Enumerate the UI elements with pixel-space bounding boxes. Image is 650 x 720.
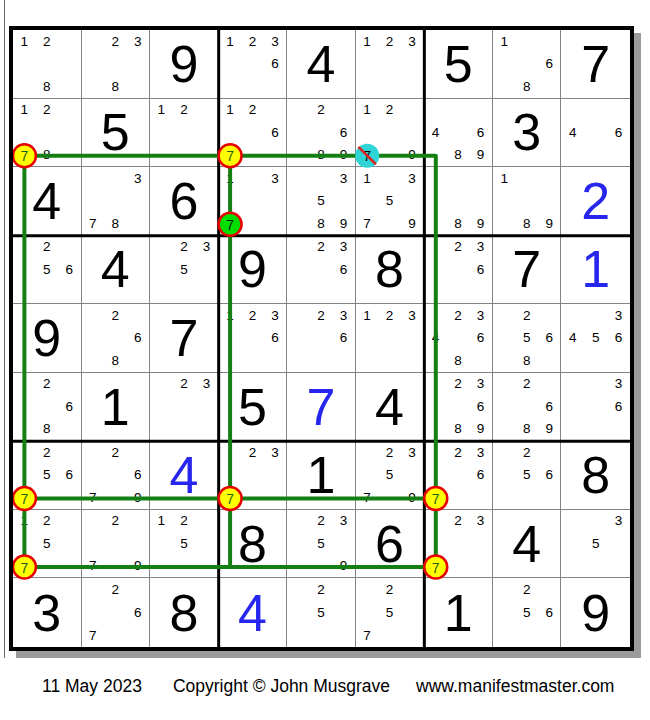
candidate-2: 2 bbox=[378, 304, 401, 327]
candidate-7: 7 bbox=[356, 624, 379, 647]
candidate-7: 7 bbox=[82, 486, 105, 509]
candidate-grid: 3456 bbox=[561, 304, 630, 372]
candidate-3: 3 bbox=[401, 441, 424, 464]
candidate-9: 9 bbox=[469, 144, 492, 167]
candidate-9: 9 bbox=[332, 212, 355, 235]
candidate-5: 5 bbox=[310, 190, 333, 213]
candidate-6: 6 bbox=[332, 121, 355, 144]
candidate-7: 7 bbox=[82, 624, 105, 647]
cell-r5c2[interactable]: 268 bbox=[82, 304, 151, 373]
candidate-2: 2 bbox=[173, 236, 196, 259]
cell-r7c5[interactable]: 1 bbox=[287, 441, 356, 510]
cell-r9c5[interactable]: 25 bbox=[287, 578, 356, 647]
candidate-3: 3 bbox=[607, 304, 630, 327]
window-edge-line bbox=[4, 0, 5, 658]
cell-r3c6[interactable]: 13579 bbox=[356, 167, 425, 236]
cell-r8c1[interactable]: 1257 bbox=[13, 510, 82, 579]
candidate-grid: 1236 bbox=[219, 304, 287, 372]
candidate-2: 2 bbox=[515, 441, 538, 464]
given-digit: 8 bbox=[356, 236, 424, 304]
candidate-6: 6 bbox=[469, 121, 492, 144]
cell-r5c8[interactable]: 2568 bbox=[493, 304, 562, 373]
cell-r1c6[interactable]: 123 bbox=[356, 30, 425, 99]
candidate-grid: 238 bbox=[82, 30, 150, 98]
candidate-8: 8 bbox=[515, 75, 538, 98]
cell-r9c4[interactable]: 4 bbox=[219, 578, 288, 647]
candidate-1: 1 bbox=[150, 510, 173, 533]
given-digit: 7 bbox=[493, 236, 561, 304]
given-digit: 6 bbox=[356, 510, 424, 578]
candidate-grid: 2689 bbox=[493, 373, 561, 441]
candidate-3: 3 bbox=[195, 373, 218, 396]
candidate-3: 3 bbox=[332, 510, 355, 533]
candidate-9: 9 bbox=[401, 486, 424, 509]
given-digit: 8 bbox=[219, 510, 287, 578]
candidate-grid: 256 bbox=[493, 441, 561, 509]
candidate-7: 7 bbox=[82, 212, 105, 235]
candidate-1: 1 bbox=[356, 304, 379, 327]
given-digit: 3 bbox=[493, 99, 561, 167]
candidate-grid: 4689 bbox=[424, 99, 492, 167]
candidate-3: 3 bbox=[469, 236, 492, 259]
cell-r7c6[interactable]: 23579 bbox=[356, 441, 425, 510]
candidate-9: 9 bbox=[332, 144, 355, 167]
cell-r6c2[interactable]: 1 bbox=[82, 373, 151, 442]
candidate-2: 2 bbox=[36, 236, 59, 259]
candidate-1: 1 bbox=[493, 167, 516, 190]
candidate-grid: 237 bbox=[424, 510, 492, 578]
cell-r6c1[interactable]: 268 bbox=[13, 373, 82, 442]
cell-r9c3[interactable]: 8 bbox=[150, 578, 219, 647]
candidate-1: 1 bbox=[13, 99, 36, 122]
cell-r9c9[interactable]: 9 bbox=[561, 578, 630, 647]
cell-r8c6[interactable]: 6 bbox=[356, 510, 425, 579]
candidate-7: 7 bbox=[424, 486, 447, 509]
candidate-grid: 23579 bbox=[356, 441, 424, 509]
given-digit: 4 bbox=[356, 373, 424, 441]
candidate-grid: 35 bbox=[561, 510, 630, 578]
candidate-5: 5 bbox=[378, 464, 401, 487]
candidate-3: 3 bbox=[469, 510, 492, 533]
candidate-6: 6 bbox=[538, 395, 561, 418]
solved-digit-blue: 1 bbox=[561, 236, 630, 304]
cell-r1c2[interactable]: 238 bbox=[82, 30, 151, 99]
candidate-8: 8 bbox=[447, 418, 470, 441]
cell-r9c6[interactable]: 257 bbox=[356, 578, 425, 647]
cell-r2c7[interactable]: 4689 bbox=[424, 99, 493, 168]
candidate-6: 6 bbox=[264, 327, 287, 350]
given-digit: 9 bbox=[13, 304, 81, 372]
candidate-2: 2 bbox=[36, 373, 59, 396]
cell-r7c3[interactable]: 4 bbox=[150, 441, 219, 510]
cell-r3c7[interactable]: 89 bbox=[424, 167, 493, 236]
candidate-9: 9 bbox=[332, 555, 355, 578]
candidate-2: 2 bbox=[104, 578, 127, 601]
given-digit: 3 bbox=[13, 578, 81, 647]
candidate-3: 3 bbox=[332, 304, 355, 327]
given-digit: 6 bbox=[150, 167, 218, 235]
cell-r6c5[interactable]: 7 bbox=[287, 373, 356, 442]
cell-r5c6[interactable]: 123 bbox=[356, 304, 425, 373]
candidate-grid: 1236 bbox=[219, 30, 287, 98]
candidate-grid: 23468 bbox=[424, 304, 492, 372]
candidate-8: 8 bbox=[36, 144, 59, 167]
candidate-grid: 12 bbox=[150, 99, 218, 167]
cell-r1c7[interactable]: 5 bbox=[424, 30, 493, 99]
candidate-5: 5 bbox=[515, 327, 538, 350]
candidate-7: 7 bbox=[219, 486, 242, 509]
cell-r9c7[interactable]: 1 bbox=[424, 578, 493, 647]
candidate-5: 5 bbox=[173, 532, 196, 555]
candidate-2: 2 bbox=[378, 30, 401, 53]
candidate-7: 7 bbox=[13, 144, 36, 167]
cell-r5c5[interactable]: 236 bbox=[287, 304, 356, 373]
candidate-2: 2 bbox=[241, 99, 264, 122]
cell-r1c5[interactable]: 4 bbox=[287, 30, 356, 99]
cell-r6c8[interactable]: 2689 bbox=[493, 373, 562, 442]
candidate-grid: 267 bbox=[82, 578, 150, 647]
candidate-grid: 89 bbox=[424, 167, 492, 235]
candidate-grid: 256 bbox=[13, 236, 81, 304]
candidate-grid: 23689 bbox=[424, 373, 492, 441]
candidate-grid: 2689 bbox=[287, 99, 355, 167]
cell-r8c3[interactable]: 125 bbox=[150, 510, 219, 579]
candidate-5: 5 bbox=[36, 258, 59, 281]
candidate-grid: 23 bbox=[150, 373, 218, 441]
cell-r6c3[interactable]: 23 bbox=[150, 373, 219, 442]
candidate-2: 2 bbox=[36, 99, 59, 122]
candidate-8: 8 bbox=[447, 349, 470, 372]
candidate-5: 5 bbox=[173, 258, 196, 281]
candidate-5: 5 bbox=[310, 601, 333, 624]
cell-r4c9[interactable]: 1 bbox=[561, 236, 630, 305]
candidate-2: 2 bbox=[104, 30, 127, 53]
candidate-2: 2 bbox=[447, 304, 470, 327]
candidate-5: 5 bbox=[310, 532, 333, 555]
cell-r8c9[interactable]: 35 bbox=[561, 510, 630, 579]
candidate-7: 7 bbox=[424, 555, 447, 578]
cell-r9c8[interactable]: 256 bbox=[493, 578, 562, 647]
cell-r1c1[interactable]: 128 bbox=[13, 30, 82, 99]
solved-digit-blue: 4 bbox=[219, 578, 287, 647]
candidate-5: 5 bbox=[584, 327, 607, 350]
candidate-grid: 123 bbox=[356, 304, 424, 372]
candidate-4: 4 bbox=[424, 327, 447, 350]
candidate-2: 2 bbox=[310, 236, 333, 259]
solved-digit-blue: 2 bbox=[561, 167, 630, 235]
cell-r4c5[interactable]: 236 bbox=[287, 236, 356, 305]
candidate-6: 6 bbox=[58, 395, 81, 418]
candidate-6: 6 bbox=[58, 464, 81, 487]
candidate-grid: 2679 bbox=[82, 441, 150, 509]
candidate-grid: 13579 bbox=[356, 167, 424, 235]
cell-r3c9[interactable]: 2 bbox=[561, 167, 630, 236]
cell-r5c9[interactable]: 3456 bbox=[561, 304, 630, 373]
candidate-2: 2 bbox=[36, 441, 59, 464]
candidate-grid: 36 bbox=[561, 373, 630, 441]
candidate-grid: 2367 bbox=[424, 441, 492, 509]
cell-r4c8[interactable]: 7 bbox=[493, 236, 562, 305]
candidate-3: 3 bbox=[469, 441, 492, 464]
candidate-grid: 168 bbox=[493, 30, 561, 98]
candidate-1: 1 bbox=[219, 30, 242, 53]
candidate-3: 3 bbox=[264, 441, 287, 464]
candidate-8: 8 bbox=[104, 75, 127, 98]
cell-r3c4[interactable]: 137 bbox=[219, 167, 288, 236]
candidate-4: 4 bbox=[561, 327, 584, 350]
candidate-8: 8 bbox=[515, 418, 538, 441]
candidate-9: 9 bbox=[469, 418, 492, 441]
candidate-grid: 2568 bbox=[493, 304, 561, 372]
candidate-2: 2 bbox=[378, 99, 401, 122]
cell-r5c4[interactable]: 1236 bbox=[219, 304, 288, 373]
cell-r2c3[interactable]: 12 bbox=[150, 99, 219, 168]
candidate-1: 1 bbox=[356, 167, 379, 190]
cell-r6c9[interactable]: 36 bbox=[561, 373, 630, 442]
given-digit: 5 bbox=[82, 99, 150, 167]
candidate-9: 9 bbox=[401, 144, 424, 167]
sudoku-board: 1282389123641235168712785121267268912794… bbox=[9, 26, 634, 651]
cell-r7c2[interactable]: 2679 bbox=[82, 441, 151, 510]
candidate-9: 9 bbox=[469, 212, 492, 235]
candidate-3: 3 bbox=[607, 510, 630, 533]
candidate-2: 2 bbox=[36, 30, 59, 53]
cell-r4c3[interactable]: 235 bbox=[150, 236, 219, 305]
given-digit: 8 bbox=[561, 441, 630, 509]
candidate-6: 6 bbox=[607, 121, 630, 144]
candidate-2: 2 bbox=[447, 510, 470, 533]
candidate-2: 2 bbox=[173, 510, 196, 533]
candidate-6: 6 bbox=[538, 601, 561, 624]
cell-r3c2[interactable]: 378 bbox=[82, 167, 151, 236]
candidate-3: 3 bbox=[332, 236, 355, 259]
candidate-8: 8 bbox=[447, 144, 470, 167]
candidate-1: 1 bbox=[13, 30, 36, 53]
candidate-2: 2 bbox=[447, 236, 470, 259]
candidate-9: 9 bbox=[538, 212, 561, 235]
cell-r3c5[interactable]: 3589 bbox=[287, 167, 356, 236]
candidate-5: 5 bbox=[584, 532, 607, 555]
candidate-3: 3 bbox=[264, 167, 287, 190]
candidate-5: 5 bbox=[378, 190, 401, 213]
candidate-2: 2 bbox=[104, 304, 127, 327]
cell-r2c6[interactable]: 1279 bbox=[356, 99, 425, 168]
candidate-8: 8 bbox=[447, 212, 470, 235]
candidate-7: 7 bbox=[356, 486, 379, 509]
candidate-grid: 1267 bbox=[219, 99, 287, 167]
cell-r7c1[interactable]: 2567 bbox=[13, 441, 82, 510]
given-digit: 4 bbox=[82, 236, 150, 304]
cell-r4c1[interactable]: 256 bbox=[13, 236, 82, 305]
cell-r4c2[interactable]: 4 bbox=[82, 236, 151, 305]
given-digit: 9 bbox=[219, 236, 287, 304]
candidate-6: 6 bbox=[127, 601, 150, 624]
candidate-6: 6 bbox=[332, 327, 355, 350]
candidate-grid: 125 bbox=[150, 510, 218, 578]
cell-r1c3[interactable]: 9 bbox=[150, 30, 219, 99]
caption-website: www.manifestmaster.com bbox=[416, 676, 614, 697]
candidate-5: 5 bbox=[515, 464, 538, 487]
candidate-9: 9 bbox=[401, 212, 424, 235]
cell-r2c2[interactable]: 5 bbox=[82, 99, 151, 168]
candidate-2: 2 bbox=[310, 510, 333, 533]
candidate-grid: 257 bbox=[356, 578, 424, 647]
candidate-6: 6 bbox=[58, 258, 81, 281]
cell-r7c7[interactable]: 2367 bbox=[424, 441, 493, 510]
candidate-2: 2 bbox=[515, 304, 538, 327]
cell-r9c2[interactable]: 267 bbox=[82, 578, 151, 647]
candidate-8: 8 bbox=[104, 212, 127, 235]
candidate-grid: 2567 bbox=[13, 441, 81, 509]
candidate-5: 5 bbox=[515, 601, 538, 624]
candidate-3: 3 bbox=[401, 304, 424, 327]
cell-r2c1[interactable]: 1278 bbox=[13, 99, 82, 168]
candidate-1: 1 bbox=[219, 99, 242, 122]
cell-r1c9[interactable]: 7 bbox=[561, 30, 630, 99]
cell-r5c1[interactable]: 9 bbox=[13, 304, 82, 373]
candidate-1: 1 bbox=[356, 99, 379, 122]
candidate-6: 6 bbox=[127, 327, 150, 350]
candidate-grid: 279 bbox=[82, 510, 150, 578]
candidate-7: 7 bbox=[13, 555, 36, 578]
given-digit: 1 bbox=[424, 578, 492, 647]
candidate-1: 1 bbox=[219, 167, 242, 190]
candidate-3: 3 bbox=[195, 236, 218, 259]
candidate-3: 3 bbox=[401, 30, 424, 53]
cell-r7c4[interactable]: 237 bbox=[219, 441, 288, 510]
cell-r3c3[interactable]: 6 bbox=[150, 167, 219, 236]
given-digit: 8 bbox=[150, 578, 218, 647]
candidate-2: 2 bbox=[515, 373, 538, 396]
given-digit: 9 bbox=[150, 30, 218, 98]
candidate-6: 6 bbox=[469, 258, 492, 281]
candidate-8: 8 bbox=[36, 418, 59, 441]
candidate-5: 5 bbox=[36, 532, 59, 555]
candidate-3: 3 bbox=[607, 373, 630, 396]
candidate-grid: 268 bbox=[82, 304, 150, 372]
candidate-2: 2 bbox=[173, 373, 196, 396]
candidate-grid: 378 bbox=[82, 167, 150, 235]
cell-r8c5[interactable]: 2359 bbox=[287, 510, 356, 579]
given-digit: 9 bbox=[561, 578, 630, 647]
candidate-grid: 1257 bbox=[13, 510, 81, 578]
candidate-8: 8 bbox=[515, 212, 538, 235]
candidate-grid: 237 bbox=[219, 441, 287, 509]
candidate-1: 1 bbox=[219, 304, 242, 327]
cell-r2c4[interactable]: 1267 bbox=[219, 99, 288, 168]
candidate-grid: 236 bbox=[424, 236, 492, 304]
candidate-6: 6 bbox=[607, 395, 630, 418]
cell-r4c6[interactable]: 8 bbox=[356, 236, 425, 305]
candidate-grid: 268 bbox=[13, 373, 81, 441]
candidate-3: 3 bbox=[264, 30, 287, 53]
candidate-2: 2 bbox=[515, 578, 538, 601]
candidate-3: 3 bbox=[469, 373, 492, 396]
candidate-3: 3 bbox=[332, 167, 355, 190]
given-digit: 1 bbox=[82, 373, 150, 441]
candidate-3: 3 bbox=[264, 304, 287, 327]
cell-r5c3[interactable]: 7 bbox=[150, 304, 219, 373]
candidate-8: 8 bbox=[515, 349, 538, 372]
candidate-2: 2 bbox=[241, 30, 264, 53]
cell-r6c6[interactable]: 4 bbox=[356, 373, 425, 442]
candidate-3: 3 bbox=[469, 304, 492, 327]
candidate-6: 6 bbox=[538, 327, 561, 350]
cell-r5c7[interactable]: 23468 bbox=[424, 304, 493, 373]
cell-r2c9[interactable]: 46 bbox=[561, 99, 630, 168]
candidate-8: 8 bbox=[36, 75, 59, 98]
candidate-2: 2 bbox=[447, 373, 470, 396]
candidate-7: 7 bbox=[219, 212, 242, 235]
given-digit: 4 bbox=[493, 510, 561, 578]
given-digit: 5 bbox=[219, 373, 287, 441]
solved-digit-blue: 7 bbox=[287, 373, 355, 441]
cell-r1c4[interactable]: 1236 bbox=[219, 30, 288, 99]
cell-r8c8[interactable]: 4 bbox=[493, 510, 562, 579]
candidate-1: 1 bbox=[150, 99, 173, 122]
candidate-grid: 256 bbox=[493, 578, 561, 647]
candidate-6: 6 bbox=[264, 53, 287, 76]
candidate-8: 8 bbox=[310, 144, 333, 167]
cell-r3c1[interactable]: 4 bbox=[13, 167, 82, 236]
cell-r2c8[interactable]: 3 bbox=[493, 99, 562, 168]
candidate-grid: 46 bbox=[561, 99, 630, 167]
candidate-grid: 137 bbox=[219, 167, 287, 235]
caption: 11 May 2023 Copyright © John Musgrave ww… bbox=[42, 676, 614, 697]
candidate-9: 9 bbox=[538, 418, 561, 441]
candidate-4: 4 bbox=[424, 121, 447, 144]
cell-r7c9[interactable]: 8 bbox=[561, 441, 630, 510]
cell-r8c4[interactable]: 8 bbox=[219, 510, 288, 579]
candidate-2: 2 bbox=[173, 99, 196, 122]
candidate-9: 9 bbox=[127, 486, 150, 509]
cell-r4c7[interactable]: 236 bbox=[424, 236, 493, 305]
cell-r8c7[interactable]: 237 bbox=[424, 510, 493, 579]
candidate-7: 7 bbox=[13, 486, 36, 509]
caption-date: 11 May 2023 bbox=[42, 676, 142, 697]
candidate-grid: 236 bbox=[287, 236, 355, 304]
candidate-1: 1 bbox=[13, 510, 36, 533]
candidate-grid: 25 bbox=[287, 578, 355, 647]
candidate-8: 8 bbox=[104, 349, 127, 372]
candidate-3: 3 bbox=[401, 167, 424, 190]
cell-r8c2[interactable]: 279 bbox=[82, 510, 151, 579]
cell-r6c4[interactable]: 5 bbox=[219, 373, 288, 442]
candidate-grid: 1278 bbox=[13, 99, 81, 167]
candidate-2: 2 bbox=[447, 441, 470, 464]
given-digit: 1 bbox=[287, 441, 355, 509]
cell-r7c8[interactable]: 256 bbox=[493, 441, 562, 510]
candidate-2: 2 bbox=[310, 578, 333, 601]
cell-r1c8[interactable]: 168 bbox=[493, 30, 562, 99]
candidate-2: 2 bbox=[378, 578, 401, 601]
candidate-grid: 1279 bbox=[356, 99, 424, 167]
cell-r9c1[interactable]: 3 bbox=[13, 578, 82, 647]
cell-r6c7[interactable]: 23689 bbox=[424, 373, 493, 442]
candidate-2: 2 bbox=[310, 304, 333, 327]
solved-digit-blue: 4 bbox=[150, 441, 218, 509]
cell-r2c5[interactable]: 2689 bbox=[287, 99, 356, 168]
candidate-6: 6 bbox=[469, 464, 492, 487]
cell-r4c4[interactable]: 9 bbox=[219, 236, 288, 305]
candidate-grid: 236 bbox=[287, 304, 355, 372]
candidate-grid: 3589 bbox=[287, 167, 355, 235]
candidate-grid: 123 bbox=[356, 30, 424, 98]
candidate-1: 1 bbox=[356, 30, 379, 53]
cell-r3c8[interactable]: 189 bbox=[493, 167, 562, 236]
candidate-grid: 2359 bbox=[287, 510, 355, 578]
candidate-grid: 128 bbox=[13, 30, 81, 98]
